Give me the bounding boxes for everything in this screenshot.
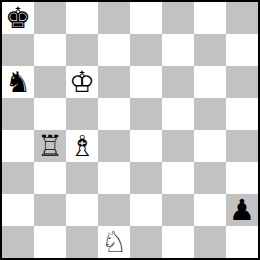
white-bishop: ♗ — [69, 132, 95, 161]
square-g7[interactable] — [194, 34, 226, 66]
square-a4[interactable] — [2, 130, 34, 162]
square-c1[interactable] — [66, 226, 98, 258]
square-c6[interactable]: ♔ — [66, 66, 98, 98]
square-h7[interactable] — [226, 34, 258, 66]
square-g8[interactable] — [194, 2, 226, 34]
square-a2[interactable] — [2, 194, 34, 226]
square-g5[interactable] — [194, 98, 226, 130]
square-g3[interactable] — [194, 162, 226, 194]
square-e3[interactable] — [130, 162, 162, 194]
square-d1[interactable]: ♘ — [98, 226, 130, 258]
square-h8[interactable] — [226, 2, 258, 34]
square-e2[interactable] — [130, 194, 162, 226]
square-a5[interactable] — [2, 98, 34, 130]
square-h1[interactable] — [226, 226, 258, 258]
square-f1[interactable] — [162, 226, 194, 258]
square-d5[interactable] — [98, 98, 130, 130]
square-d4[interactable] — [98, 130, 130, 162]
square-h5[interactable] — [226, 98, 258, 130]
white-knight: ♘ — [101, 228, 127, 257]
square-g4[interactable] — [194, 130, 226, 162]
square-b8[interactable] — [34, 2, 66, 34]
black-king: ♚ — [5, 4, 31, 33]
square-a1[interactable] — [2, 226, 34, 258]
square-c8[interactable] — [66, 2, 98, 34]
square-e4[interactable] — [130, 130, 162, 162]
square-h2[interactable]: ♟ — [226, 194, 258, 226]
square-f8[interactable] — [162, 2, 194, 34]
square-d3[interactable] — [98, 162, 130, 194]
square-e5[interactable] — [130, 98, 162, 130]
square-b1[interactable] — [34, 226, 66, 258]
square-a7[interactable] — [2, 34, 34, 66]
square-c5[interactable] — [66, 98, 98, 130]
square-b4[interactable]: ♖ — [34, 130, 66, 162]
square-h3[interactable] — [226, 162, 258, 194]
square-a8[interactable]: ♚ — [2, 2, 34, 34]
square-e7[interactable] — [130, 34, 162, 66]
black-pawn: ♟ — [229, 196, 255, 225]
square-d2[interactable] — [98, 194, 130, 226]
square-b6[interactable] — [34, 66, 66, 98]
chess-board: ♚♞♔♖♗♟♘ — [0, 0, 260, 260]
square-c2[interactable] — [66, 194, 98, 226]
square-b5[interactable] — [34, 98, 66, 130]
square-h4[interactable] — [226, 130, 258, 162]
black-knight: ♞ — [5, 68, 31, 97]
square-f3[interactable] — [162, 162, 194, 194]
square-d6[interactable] — [98, 66, 130, 98]
square-b3[interactable] — [34, 162, 66, 194]
square-c3[interactable] — [66, 162, 98, 194]
square-h6[interactable] — [226, 66, 258, 98]
square-e1[interactable] — [130, 226, 162, 258]
square-f5[interactable] — [162, 98, 194, 130]
square-b2[interactable] — [34, 194, 66, 226]
square-f7[interactable] — [162, 34, 194, 66]
square-e8[interactable] — [130, 2, 162, 34]
white-king: ♔ — [69, 68, 95, 97]
square-f6[interactable] — [162, 66, 194, 98]
square-a6[interactable]: ♞ — [2, 66, 34, 98]
square-b7[interactable] — [34, 34, 66, 66]
square-c4[interactable]: ♗ — [66, 130, 98, 162]
square-a3[interactable] — [2, 162, 34, 194]
square-e6[interactable] — [130, 66, 162, 98]
square-d8[interactable] — [98, 2, 130, 34]
white-rook: ♖ — [37, 132, 63, 161]
square-g2[interactable] — [194, 194, 226, 226]
square-d7[interactable] — [98, 34, 130, 66]
square-f2[interactable] — [162, 194, 194, 226]
square-g1[interactable] — [194, 226, 226, 258]
square-c7[interactable] — [66, 34, 98, 66]
square-g6[interactable] — [194, 66, 226, 98]
square-f4[interactable] — [162, 130, 194, 162]
